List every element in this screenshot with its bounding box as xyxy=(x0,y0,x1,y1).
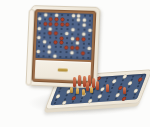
red-peg xyxy=(49,23,52,26)
peg-hole xyxy=(66,42,68,44)
white-peg xyxy=(48,50,51,53)
white-peg xyxy=(71,28,74,31)
red-peg xyxy=(49,32,52,35)
red-peg xyxy=(76,46,79,49)
peg-hole xyxy=(88,43,90,45)
white-peg xyxy=(38,27,41,30)
peg-hole xyxy=(48,55,50,57)
peg-hole xyxy=(54,46,56,48)
white-peg xyxy=(87,47,90,50)
peg-hole xyxy=(44,32,46,34)
peg-hole xyxy=(54,51,56,53)
peg-hole xyxy=(61,28,63,30)
white-peg xyxy=(72,14,75,17)
peg-hole xyxy=(82,56,84,58)
gold-brand-stamp xyxy=(58,68,68,71)
white-peg xyxy=(53,55,56,58)
peg-hole xyxy=(61,14,63,16)
white-peg xyxy=(37,50,40,53)
peg-hole xyxy=(38,41,40,43)
peg-hole xyxy=(39,14,41,16)
peg-hole xyxy=(77,29,79,31)
white-peg xyxy=(55,14,58,17)
travel-game-case-photo xyxy=(0,0,150,127)
white-peg xyxy=(49,27,52,30)
peg-hole xyxy=(49,37,51,39)
peg-hole xyxy=(80,100,83,102)
white-peg xyxy=(77,19,80,22)
white-peg xyxy=(88,28,91,31)
red-peg xyxy=(54,32,57,35)
standing-peg-red[interactable] xyxy=(106,84,109,92)
peg-hole xyxy=(115,98,118,100)
white-peg xyxy=(82,33,85,36)
red-peg xyxy=(55,23,58,26)
peg-hole xyxy=(71,42,73,44)
peg-hole xyxy=(49,41,51,43)
upright-pegboard xyxy=(36,12,94,60)
peg-hole xyxy=(43,55,45,57)
peg-hole xyxy=(60,46,62,48)
red-peg xyxy=(60,23,63,26)
peg-hole xyxy=(76,52,78,54)
peg-hole xyxy=(66,37,68,39)
white-peg xyxy=(83,19,86,22)
peg-hole xyxy=(71,101,74,103)
white-peg xyxy=(44,13,47,16)
peg-hole xyxy=(38,46,40,48)
red-peg xyxy=(49,18,52,21)
peg-hole xyxy=(44,18,46,20)
peg-hole xyxy=(39,23,41,25)
white-peg xyxy=(38,36,41,39)
red-peg xyxy=(61,18,64,21)
red-peg xyxy=(66,23,69,26)
peg-hole xyxy=(82,47,84,49)
peg-hole xyxy=(44,37,46,39)
standing-peg-gold[interactable] xyxy=(82,89,85,95)
peg-hole xyxy=(38,32,40,34)
peg-hole xyxy=(55,28,57,30)
standing-peg-gold[interactable] xyxy=(76,88,79,94)
red-peg xyxy=(60,41,63,44)
lid-wood-frame xyxy=(32,9,97,84)
peg-hole xyxy=(106,99,109,101)
peg-hole xyxy=(59,56,61,58)
peg-hole xyxy=(72,33,74,35)
white-peg xyxy=(76,42,79,45)
red-peg xyxy=(44,22,47,25)
red-peg xyxy=(65,46,68,49)
red-peg xyxy=(60,37,63,40)
peg-hole xyxy=(87,57,89,59)
peg-hole xyxy=(72,24,74,26)
white-peg xyxy=(43,41,46,44)
peg-hole xyxy=(84,15,86,17)
white-peg xyxy=(77,14,80,17)
peg-hole xyxy=(78,24,80,26)
peg-hole xyxy=(43,50,45,52)
tray-board-cell[interactable] xyxy=(128,96,138,100)
peg-hole xyxy=(83,29,85,31)
red-peg xyxy=(82,37,85,40)
standing-peg-red[interactable] xyxy=(86,82,89,91)
red-peg xyxy=(71,46,74,49)
peg-hole xyxy=(60,51,62,53)
upright-board-cell[interactable] xyxy=(86,55,92,60)
peg-hole xyxy=(66,28,68,30)
white-peg xyxy=(62,101,66,104)
standing-peg-red[interactable] xyxy=(78,75,81,86)
white-peg xyxy=(70,51,73,54)
standing-peg-red[interactable] xyxy=(96,81,99,90)
peg-hole xyxy=(88,38,90,40)
red-peg xyxy=(54,41,57,44)
peg-hole xyxy=(60,33,62,35)
white-peg xyxy=(83,24,86,27)
white-peg xyxy=(71,37,74,40)
standing-peg-red[interactable] xyxy=(123,87,126,94)
peg-hole xyxy=(132,97,135,99)
peg-hole xyxy=(43,46,45,48)
peg-hole xyxy=(67,19,69,21)
white-peg xyxy=(66,32,69,35)
peg-hole xyxy=(37,55,39,57)
peg-hole xyxy=(65,56,67,58)
peg-hole xyxy=(65,51,67,53)
peg-hole xyxy=(50,14,52,16)
peg-hole xyxy=(54,102,57,104)
red-peg xyxy=(76,37,79,40)
white-peg xyxy=(88,99,92,102)
white-peg xyxy=(38,18,41,21)
peg-hole xyxy=(71,56,73,58)
peg-hole xyxy=(88,52,90,54)
peg-hole xyxy=(55,37,57,39)
peg-hole xyxy=(72,19,74,21)
red-peg xyxy=(55,18,58,21)
red-peg xyxy=(123,97,127,100)
red-peg xyxy=(82,51,85,54)
peg-hole xyxy=(88,33,90,35)
peg-hole xyxy=(89,20,91,22)
standing-peg-gold[interactable] xyxy=(70,87,73,93)
standing-peg-gold[interactable] xyxy=(90,87,93,93)
peg-hole xyxy=(67,14,69,16)
white-peg xyxy=(48,45,51,48)
peg-hole xyxy=(77,33,79,35)
standing-peg-red[interactable] xyxy=(73,77,76,87)
peg-hole xyxy=(82,43,84,45)
peg-hole xyxy=(76,56,78,58)
peg-hole xyxy=(89,24,91,26)
peg-hole xyxy=(89,15,91,17)
peg-hole xyxy=(97,99,100,101)
peg-hole xyxy=(44,27,46,29)
